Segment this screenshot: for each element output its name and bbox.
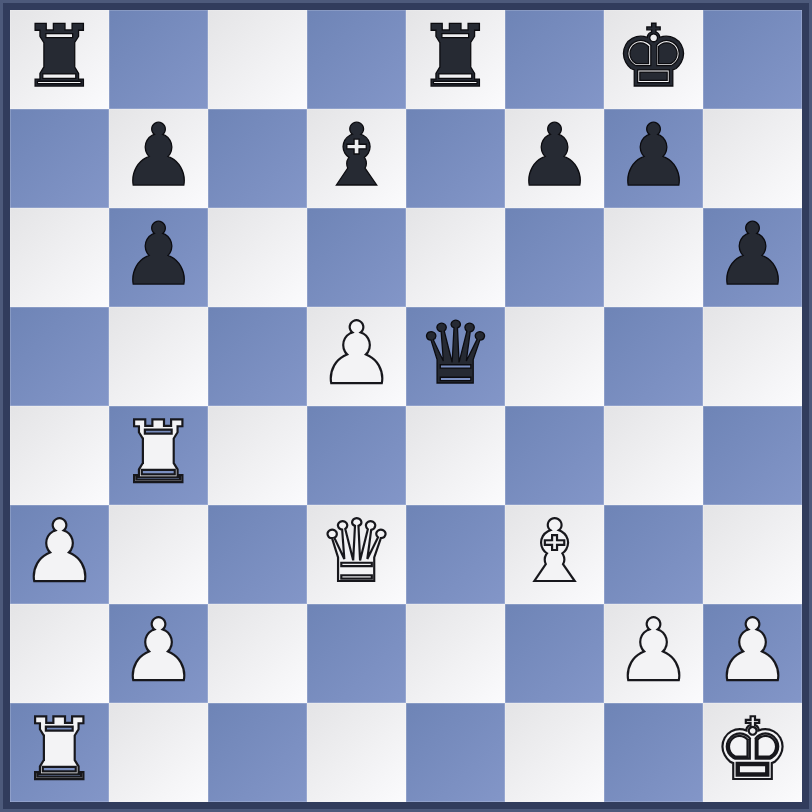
square-f4[interactable] (505, 406, 604, 505)
square-c5[interactable] (208, 307, 307, 406)
square-g5[interactable] (604, 307, 703, 406)
square-e2[interactable] (406, 604, 505, 703)
square-b8[interactable] (109, 10, 208, 109)
piece-white-pawn[interactable]: ♟ (21, 502, 98, 601)
square-g2[interactable]: ♟ (604, 604, 703, 703)
piece-white-pawn[interactable]: ♟ (714, 601, 791, 700)
square-a7[interactable] (10, 109, 109, 208)
square-b4[interactable]: ♜ (109, 406, 208, 505)
piece-black-pawn[interactable]: ♟ (714, 205, 791, 304)
square-e3[interactable] (406, 505, 505, 604)
piece-black-rook[interactable]: ♜ (21, 7, 98, 106)
piece-white-pawn[interactable]: ♟ (318, 304, 395, 403)
square-f2[interactable] (505, 604, 604, 703)
square-c1[interactable] (208, 703, 307, 802)
piece-white-bishop[interactable]: ♝ (516, 502, 593, 601)
piece-black-queen[interactable]: ♛ (417, 304, 494, 403)
square-c8[interactable] (208, 10, 307, 109)
square-c7[interactable] (208, 109, 307, 208)
square-e5[interactable]: ♛ (406, 307, 505, 406)
square-e4[interactable] (406, 406, 505, 505)
square-g3[interactable] (604, 505, 703, 604)
square-d5[interactable]: ♟ (307, 307, 406, 406)
square-d6[interactable] (307, 208, 406, 307)
piece-black-rook[interactable]: ♜ (417, 7, 494, 106)
square-c4[interactable] (208, 406, 307, 505)
square-d8[interactable] (307, 10, 406, 109)
square-f8[interactable] (505, 10, 604, 109)
square-b3[interactable] (109, 505, 208, 604)
square-e8[interactable]: ♜ (406, 10, 505, 109)
square-e1[interactable] (406, 703, 505, 802)
square-f7[interactable]: ♟ (505, 109, 604, 208)
piece-black-pawn[interactable]: ♟ (615, 106, 692, 205)
square-g4[interactable] (604, 406, 703, 505)
square-a8[interactable]: ♜ (10, 10, 109, 109)
square-g7[interactable]: ♟ (604, 109, 703, 208)
square-c2[interactable] (208, 604, 307, 703)
square-d4[interactable] (307, 406, 406, 505)
square-b7[interactable]: ♟ (109, 109, 208, 208)
square-b6[interactable]: ♟ (109, 208, 208, 307)
square-c6[interactable] (208, 208, 307, 307)
square-d3[interactable]: ♛ (307, 505, 406, 604)
square-b2[interactable]: ♟ (109, 604, 208, 703)
square-g8[interactable]: ♚ (604, 10, 703, 109)
piece-black-pawn[interactable]: ♟ (516, 106, 593, 205)
square-d1[interactable] (307, 703, 406, 802)
square-d2[interactable] (307, 604, 406, 703)
square-e7[interactable] (406, 109, 505, 208)
piece-white-king[interactable]: ♚ (714, 700, 791, 799)
square-h5[interactable] (703, 307, 802, 406)
square-a3[interactable]: ♟ (10, 505, 109, 604)
board-frame: ♜♜♚♟♝♟♟♟♟♟♛♜♟♛♝♟♟♟♜♚ (0, 0, 812, 812)
square-d7[interactable]: ♝ (307, 109, 406, 208)
square-g1[interactable] (604, 703, 703, 802)
square-h1[interactable]: ♚ (703, 703, 802, 802)
piece-white-pawn[interactable]: ♟ (615, 601, 692, 700)
chess-board: ♜♜♚♟♝♟♟♟♟♟♛♜♟♛♝♟♟♟♜♚ (10, 10, 802, 802)
square-a5[interactable] (10, 307, 109, 406)
square-h7[interactable] (703, 109, 802, 208)
square-f1[interactable] (505, 703, 604, 802)
square-a2[interactable] (10, 604, 109, 703)
square-a1[interactable]: ♜ (10, 703, 109, 802)
piece-white-rook[interactable]: ♜ (120, 403, 197, 502)
square-a6[interactable] (10, 208, 109, 307)
piece-black-bishop[interactable]: ♝ (318, 106, 395, 205)
square-h6[interactable]: ♟ (703, 208, 802, 307)
square-e6[interactable] (406, 208, 505, 307)
square-h4[interactable] (703, 406, 802, 505)
square-f5[interactable] (505, 307, 604, 406)
square-g6[interactable] (604, 208, 703, 307)
square-h2[interactable]: ♟ (703, 604, 802, 703)
piece-white-queen[interactable]: ♛ (318, 502, 395, 601)
piece-black-king[interactable]: ♚ (615, 7, 692, 106)
square-b5[interactable] (109, 307, 208, 406)
piece-black-pawn[interactable]: ♟ (120, 106, 197, 205)
piece-white-rook[interactable]: ♜ (21, 700, 98, 799)
square-f6[interactable] (505, 208, 604, 307)
piece-black-pawn[interactable]: ♟ (120, 205, 197, 304)
square-h3[interactable] (703, 505, 802, 604)
piece-white-pawn[interactable]: ♟ (120, 601, 197, 700)
square-b1[interactable] (109, 703, 208, 802)
square-c3[interactable] (208, 505, 307, 604)
square-a4[interactable] (10, 406, 109, 505)
square-h8[interactable] (703, 10, 802, 109)
square-f3[interactable]: ♝ (505, 505, 604, 604)
